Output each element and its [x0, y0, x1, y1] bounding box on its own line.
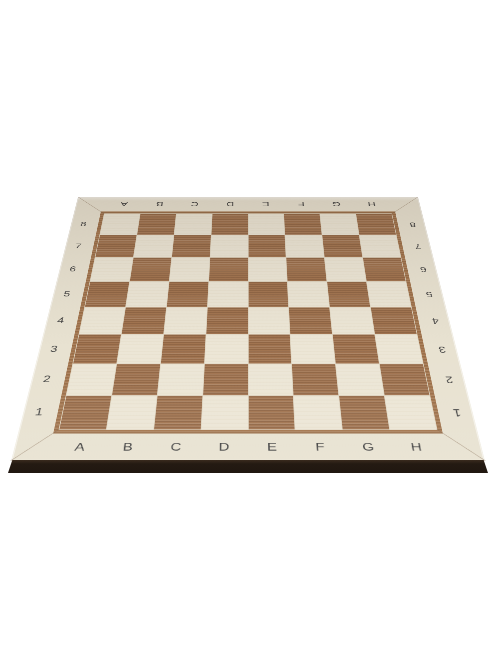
square-a8[interactable] — [100, 214, 140, 235]
square-e4[interactable] — [248, 307, 290, 334]
file-label-top-a: A — [120, 200, 129, 207]
square-f5[interactable] — [288, 282, 329, 307]
file-label-bottom-g: G — [362, 441, 375, 454]
file-label-top-e: E — [262, 200, 269, 207]
rank-label-right-7: 7 — [414, 242, 422, 250]
rank-label-right-6: 6 — [419, 265, 427, 273]
square-e7[interactable] — [248, 235, 286, 257]
file-label-bottom-c: C — [170, 441, 182, 454]
square-h8[interactable] — [356, 214, 396, 235]
square-a3[interactable] — [73, 335, 121, 364]
rank-label-right-4: 4 — [431, 316, 440, 325]
mitre-seam-top-right — [392, 197, 419, 214]
square-e2[interactable] — [248, 364, 293, 395]
board-front-edge — [8, 460, 488, 473]
photo-background: AA88BB77CC66DD55EE44FF33GG22HH11 — [0, 0, 496, 664]
square-g2[interactable] — [336, 364, 384, 395]
square-g6[interactable] — [325, 258, 366, 282]
square-d2[interactable] — [203, 364, 248, 395]
square-c3[interactable] — [161, 335, 206, 364]
square-g1[interactable] — [339, 396, 389, 430]
square-h5[interactable] — [367, 282, 411, 307]
file-label-top-g: G — [332, 200, 341, 207]
square-g8[interactable] — [320, 214, 359, 235]
square-f7[interactable] — [285, 235, 324, 257]
square-c5[interactable] — [167, 282, 208, 307]
square-c4[interactable] — [164, 307, 207, 334]
rank-label-left-3: 3 — [49, 344, 58, 354]
square-a2[interactable] — [67, 364, 117, 395]
rank-label-right-8: 8 — [409, 221, 417, 228]
square-f2[interactable] — [292, 364, 338, 395]
rank-label-left-5: 5 — [63, 290, 72, 299]
square-f4[interactable] — [289, 307, 332, 334]
file-label-bottom-h: H — [410, 441, 423, 454]
square-b3[interactable] — [117, 335, 163, 364]
square-f8[interactable] — [284, 214, 322, 235]
square-e3[interactable] — [248, 335, 291, 364]
square-g4[interactable] — [330, 307, 374, 334]
square-d1[interactable] — [201, 396, 247, 430]
mitre-seam-bottom-right — [437, 429, 486, 461]
square-h4[interactable] — [371, 307, 417, 334]
square-e6[interactable] — [248, 258, 287, 282]
square-d6[interactable] — [209, 258, 248, 282]
file-label-bottom-f: F — [315, 441, 325, 454]
square-b4[interactable] — [122, 307, 166, 334]
square-h1[interactable] — [385, 396, 437, 430]
file-label-top-h: H — [367, 200, 376, 207]
square-a1[interactable] — [59, 396, 111, 430]
rank-label-right-1: 1 — [452, 406, 462, 418]
square-g3[interactable] — [333, 335, 379, 364]
file-label-top-d: D — [226, 200, 234, 207]
square-a4[interactable] — [79, 307, 125, 334]
square-h2[interactable] — [380, 364, 430, 395]
square-a6[interactable] — [90, 258, 133, 282]
rank-label-right-3: 3 — [437, 344, 446, 354]
square-f6[interactable] — [287, 258, 327, 282]
square-b8[interactable] — [137, 214, 176, 235]
square-c6[interactable] — [169, 258, 209, 282]
file-label-bottom-b: B — [122, 441, 134, 454]
file-label-top-b: B — [155, 200, 163, 207]
rank-label-left-4: 4 — [56, 316, 65, 325]
square-e1[interactable] — [248, 396, 294, 430]
square-b6[interactable] — [130, 258, 171, 282]
square-c2[interactable] — [157, 364, 203, 395]
square-a5[interactable] — [85, 282, 129, 307]
rank-label-right-2: 2 — [444, 374, 454, 385]
playing-area — [59, 213, 438, 430]
rank-label-left-2: 2 — [42, 374, 52, 385]
rank-label-right-5: 5 — [425, 290, 434, 299]
square-h3[interactable] — [375, 335, 423, 364]
square-b2[interactable] — [112, 364, 160, 395]
square-b7[interactable] — [134, 235, 174, 257]
square-b1[interactable] — [107, 396, 157, 430]
square-d3[interactable] — [205, 335, 248, 364]
square-a7[interactable] — [95, 235, 136, 257]
square-d7[interactable] — [210, 235, 248, 257]
chess-board: AA88BB77CC66DD55EE44FF33GG22HH11 — [11, 197, 485, 461]
file-label-bottom-e: E — [267, 441, 277, 454]
square-e5[interactable] — [248, 282, 288, 307]
square-e8[interactable] — [248, 214, 284, 235]
file-label-bottom-a: A — [74, 441, 86, 454]
rank-label-left-6: 6 — [69, 265, 77, 273]
square-h6[interactable] — [363, 258, 406, 282]
square-b5[interactable] — [126, 282, 169, 307]
file-label-top-c: C — [191, 200, 199, 207]
mitre-seam-bottom-left — [11, 429, 60, 461]
square-f1[interactable] — [294, 396, 342, 430]
square-c1[interactable] — [154, 396, 202, 430]
file-label-bottom-d: D — [218, 441, 229, 454]
square-g7[interactable] — [322, 235, 362, 257]
square-g5[interactable] — [327, 282, 370, 307]
rank-label-left-1: 1 — [34, 406, 44, 418]
board-scene: AA88BB77CC66DD55EE44FF33GG22HH11 — [50, 109, 446, 505]
square-d5[interactable] — [208, 282, 248, 307]
square-d4[interactable] — [206, 307, 248, 334]
file-label-top-f: F — [297, 200, 304, 207]
square-c8[interactable] — [174, 214, 212, 235]
rank-label-left-8: 8 — [80, 221, 88, 228]
square-d8[interactable] — [211, 214, 247, 235]
rank-label-left-7: 7 — [74, 242, 82, 250]
square-c7[interactable] — [172, 235, 211, 257]
square-h7[interactable] — [360, 235, 401, 257]
square-f3[interactable] — [291, 335, 336, 364]
